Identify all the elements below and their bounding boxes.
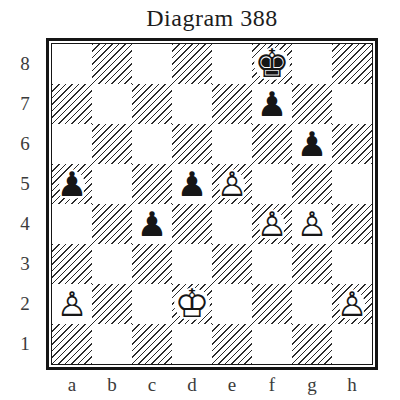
square-a8 (52, 44, 92, 84)
square-g2 (292, 284, 332, 324)
white-pawn-e5: ♙ (217, 167, 247, 201)
square-b5 (92, 164, 132, 204)
square-b7 (92, 84, 132, 124)
square-g6: ♟ (292, 124, 332, 164)
square-f1 (252, 324, 292, 364)
square-e7 (212, 84, 252, 124)
black-pawn-c4: ♟ (137, 207, 167, 241)
square-d8 (172, 44, 212, 84)
square-f4: ♙ (252, 204, 292, 244)
square-a2: ♙ (52, 284, 92, 324)
square-a4 (52, 204, 92, 244)
black-pawn-a5: ♟ (57, 167, 87, 201)
file-label-e: e (212, 372, 252, 398)
square-c7 (132, 84, 172, 124)
rank-label-6: 6 (13, 124, 37, 164)
file-label-a: a (52, 372, 92, 398)
file-label-d: d (172, 372, 212, 398)
square-h2: ♙ (332, 284, 372, 324)
square-h5 (332, 164, 372, 204)
square-f5 (252, 164, 292, 204)
square-e2 (212, 284, 252, 324)
square-h4 (332, 204, 372, 244)
square-c2 (132, 284, 172, 324)
chess-board: ♚♟♟♟♟♙♟♙♙♙♔♙ (51, 43, 373, 365)
black-pawn-f7: ♟ (257, 87, 287, 121)
square-g5 (292, 164, 332, 204)
square-a3 (52, 244, 92, 284)
square-h3 (332, 244, 372, 284)
white-pawn-h2: ♙ (337, 287, 367, 321)
rank-label-7: 7 (13, 84, 37, 124)
square-h1 (332, 324, 372, 364)
square-g3 (292, 244, 332, 284)
square-f7: ♟ (252, 84, 292, 124)
square-d6 (172, 124, 212, 164)
square-d3 (172, 244, 212, 284)
square-c8 (132, 44, 172, 84)
file-label-c: c (132, 372, 172, 398)
square-b1 (92, 324, 132, 364)
rank-label-3: 3 (13, 244, 37, 284)
file-label-f: f (252, 372, 292, 398)
square-e3 (212, 244, 252, 284)
rank-label-1: 1 (13, 324, 37, 364)
square-g1 (292, 324, 332, 364)
square-c3 (132, 244, 172, 284)
rank-labels: 87654321 (13, 44, 37, 364)
square-h6 (332, 124, 372, 164)
square-a1 (52, 324, 92, 364)
square-b2 (92, 284, 132, 324)
square-a5: ♟ (52, 164, 92, 204)
square-c5 (132, 164, 172, 204)
square-e8 (212, 44, 252, 84)
square-c1 (132, 324, 172, 364)
black-king-f8: ♚ (255, 44, 290, 83)
square-f8: ♚ (252, 44, 292, 84)
square-h8 (332, 44, 372, 84)
square-e4 (212, 204, 252, 244)
square-d2: ♔ (172, 284, 212, 324)
square-a7 (52, 84, 92, 124)
file-labels: abcdefgh (52, 372, 372, 398)
square-g4: ♙ (292, 204, 332, 244)
square-f3 (252, 244, 292, 284)
square-f2 (252, 284, 292, 324)
square-c4: ♟ (132, 204, 172, 244)
white-king-d2: ♔ (175, 284, 210, 323)
square-f6 (252, 124, 292, 164)
square-b4 (92, 204, 132, 244)
square-d4 (172, 204, 212, 244)
square-d7 (172, 84, 212, 124)
white-pawn-g4: ♙ (297, 207, 327, 241)
square-b3 (92, 244, 132, 284)
file-label-g: g (292, 372, 332, 398)
square-d5: ♟ (172, 164, 212, 204)
square-c6 (132, 124, 172, 164)
file-label-b: b (92, 372, 132, 398)
file-label-h: h (332, 372, 372, 398)
square-e6 (212, 124, 252, 164)
square-a6 (52, 124, 92, 164)
black-pawn-d5: ♟ (177, 167, 207, 201)
chess-board-frame: ♚♟♟♟♟♙♟♙♙♙♔♙ (46, 38, 378, 370)
rank-label-4: 4 (13, 204, 37, 244)
diagram-title: Diagram 388 (46, 5, 378, 32)
square-e1 (212, 324, 252, 364)
square-d1 (172, 324, 212, 364)
square-g8 (292, 44, 332, 84)
square-h7 (332, 84, 372, 124)
rank-label-5: 5 (13, 164, 37, 204)
square-e5: ♙ (212, 164, 252, 204)
square-g7 (292, 84, 332, 124)
black-pawn-g6: ♟ (297, 127, 327, 161)
rank-label-8: 8 (13, 44, 37, 84)
white-pawn-a2: ♙ (57, 287, 87, 321)
rank-label-2: 2 (13, 284, 37, 324)
white-pawn-f4: ♙ (257, 207, 287, 241)
square-b6 (92, 124, 132, 164)
square-b8 (92, 44, 132, 84)
